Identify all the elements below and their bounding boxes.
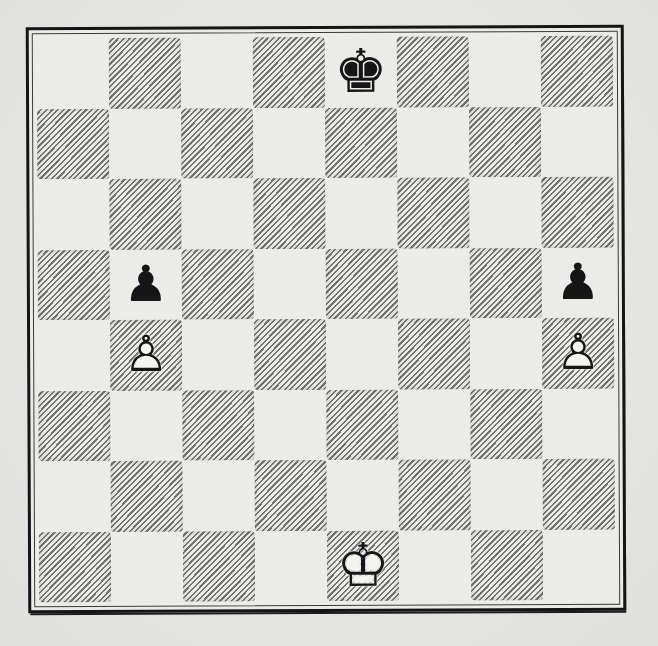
square-f1[interactable] — [399, 530, 471, 601]
square-c2[interactable] — [183, 460, 255, 531]
square-f3[interactable] — [398, 389, 470, 460]
square-g6[interactable] — [469, 177, 541, 248]
square-g4[interactable] — [470, 318, 542, 389]
piece-white-pawn-h4: ♟♙ — [556, 327, 601, 377]
square-c6[interactable] — [181, 178, 253, 249]
square-f5[interactable] — [398, 248, 470, 319]
square-e1[interactable]: ♚♔ — [327, 530, 399, 601]
square-b4[interactable]: ♟♙ — [110, 320, 182, 391]
square-d3[interactable] — [254, 389, 326, 460]
square-f8[interactable] — [397, 36, 469, 107]
square-b8[interactable] — [109, 38, 181, 109]
square-f7[interactable] — [397, 107, 469, 178]
square-b2[interactable] — [111, 461, 183, 532]
square-e6[interactable] — [325, 178, 397, 249]
white-king-icon: ♔ — [336, 529, 390, 599]
square-c5[interactable] — [182, 249, 254, 320]
square-c1[interactable] — [183, 531, 255, 602]
square-b7[interactable] — [109, 108, 181, 179]
square-f2[interactable] — [399, 459, 471, 530]
white-pawn-icon: ♙ — [124, 325, 169, 383]
board-inner-frame: ♚♟♟♟♙♟♙♚♔ — [32, 31, 620, 608]
square-b3[interactable] — [110, 390, 182, 461]
square-h6[interactable] — [541, 177, 613, 248]
square-g2[interactable] — [471, 459, 543, 530]
square-a5[interactable] — [38, 249, 110, 320]
square-e7[interactable] — [325, 107, 397, 178]
square-d7[interactable] — [253, 108, 325, 179]
square-g8[interactable] — [469, 36, 541, 107]
square-a2[interactable] — [39, 461, 111, 532]
square-e5[interactable] — [326, 248, 398, 319]
square-g1[interactable] — [471, 530, 543, 601]
square-h4[interactable]: ♟♙ — [542, 318, 614, 389]
square-c8[interactable] — [181, 37, 253, 108]
board-frame: ♚♟♟♟♙♟♙♚♔ — [26, 25, 627, 614]
square-h5[interactable]: ♟ — [542, 247, 614, 318]
square-h7[interactable] — [541, 106, 613, 177]
square-g5[interactable] — [470, 248, 542, 319]
piece-black-pawn-b5: ♟ — [123, 258, 168, 308]
square-d2[interactable] — [255, 460, 327, 531]
square-a1[interactable] — [39, 531, 111, 602]
page-background: ♚♟♟♟♙♟♙♚♔ — [0, 0, 658, 646]
square-f4[interactable] — [398, 318, 470, 389]
square-a7[interactable] — [37, 108, 109, 179]
square-e3[interactable] — [326, 389, 398, 460]
square-g7[interactable] — [469, 107, 541, 178]
square-d6[interactable] — [253, 178, 325, 249]
square-d8[interactable] — [253, 37, 325, 108]
black-king-icon: ♚ — [334, 36, 388, 106]
piece-black-king-e8: ♚ — [334, 41, 388, 101]
black-pawn-icon: ♟ — [123, 254, 168, 312]
black-pawn-icon: ♟ — [555, 253, 600, 311]
square-a3[interactable] — [38, 390, 110, 461]
square-a6[interactable] — [37, 179, 109, 250]
square-e4[interactable] — [326, 319, 398, 390]
square-c3[interactable] — [182, 390, 254, 461]
piece-white-king-e1: ♚♔ — [336, 534, 390, 594]
square-d5[interactable] — [254, 249, 326, 320]
square-c4[interactable] — [182, 319, 254, 390]
square-h3[interactable] — [542, 388, 614, 459]
piece-white-pawn-b4: ♟♙ — [124, 329, 169, 379]
square-a8[interactable] — [37, 38, 109, 109]
square-d1[interactable] — [255, 530, 327, 601]
square-e2[interactable] — [327, 460, 399, 531]
square-b5[interactable]: ♟ — [110, 249, 182, 320]
square-h8[interactable] — [541, 36, 613, 107]
square-e8[interactable]: ♚ — [325, 37, 397, 108]
square-a4[interactable] — [38, 320, 110, 391]
square-h2[interactable] — [543, 459, 615, 530]
chess-board: ♚♟♟♟♙♟♙♚♔ — [37, 36, 615, 603]
square-d4[interactable] — [254, 319, 326, 390]
square-b6[interactable] — [109, 179, 181, 250]
white-pawn-icon: ♙ — [556, 323, 601, 381]
square-c7[interactable] — [181, 108, 253, 179]
square-g3[interactable] — [470, 389, 542, 460]
piece-black-pawn-h5: ♟ — [555, 257, 600, 307]
square-f6[interactable] — [397, 177, 469, 248]
square-h1[interactable] — [543, 529, 615, 600]
square-b1[interactable] — [111, 531, 183, 602]
